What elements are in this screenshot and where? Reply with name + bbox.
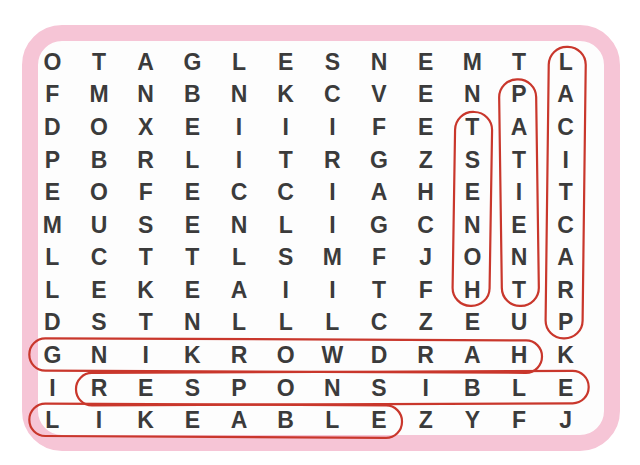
- grid-cell[interactable]: I: [309, 274, 356, 307]
- grid-cell[interactable]: G: [29, 339, 76, 372]
- grid-cell[interactable]: O: [76, 111, 123, 144]
- grid-cell[interactable]: C: [542, 209, 589, 242]
- grid-cell[interactable]: E: [76, 274, 123, 307]
- grid-cell[interactable]: L: [309, 404, 356, 437]
- grid-cell[interactable]: N: [449, 79, 496, 112]
- grid-cell[interactable]: G: [356, 144, 403, 177]
- grid-cell[interactable]: T: [356, 274, 403, 307]
- grid-cell[interactable]: E: [262, 46, 309, 79]
- grid-cell[interactable]: F: [496, 404, 543, 437]
- grid-cell[interactable]: K: [122, 274, 169, 307]
- grid-cell[interactable]: I: [262, 274, 309, 307]
- word-search-worksheet: OTAGLESNEMTLFMNBNKCVENPADOXEIIIFETACPBRL…: [0, 0, 640, 465]
- grid-cell[interactable]: R: [76, 372, 123, 405]
- grid-cell[interactable]: L: [309, 307, 356, 340]
- grid-cell[interactable]: P: [496, 79, 543, 112]
- grid-cell[interactable]: I: [309, 176, 356, 209]
- grid-cell[interactable]: N: [169, 307, 216, 340]
- grid-cell[interactable]: U: [76, 209, 123, 242]
- grid-cell[interactable]: E: [169, 111, 216, 144]
- grid-cell[interactable]: O: [449, 241, 496, 274]
- grid-cell[interactable]: J: [542, 404, 589, 437]
- grid-cell[interactable]: N: [309, 372, 356, 405]
- grid-cell[interactable]: C: [356, 307, 403, 340]
- grid-cell[interactable]: T: [542, 176, 589, 209]
- grid-cell[interactable]: I: [29, 372, 76, 405]
- grid-cell[interactable]: T: [169, 241, 216, 274]
- grid-cell[interactable]: Z: [402, 307, 449, 340]
- grid-cell[interactable]: E: [122, 372, 169, 405]
- grid-cell[interactable]: E: [169, 404, 216, 437]
- grid-cell[interactable]: I: [262, 111, 309, 144]
- grid-cell[interactable]: L: [169, 144, 216, 177]
- grid-cell[interactable]: E: [542, 372, 589, 405]
- grid-cell[interactable]: S: [449, 144, 496, 177]
- grid-cell[interactable]: B: [169, 79, 216, 112]
- grid-cell[interactable]: N: [449, 209, 496, 242]
- grid-cell[interactable]: P: [216, 372, 263, 405]
- grid-cell[interactable]: R: [309, 144, 356, 177]
- grid-cell[interactable]: S: [262, 241, 309, 274]
- grid-cell[interactable]: L: [29, 241, 76, 274]
- grid-cell[interactable]: I: [216, 144, 263, 177]
- grid-cell[interactable]: A: [216, 404, 263, 437]
- grid-cell[interactable]: I: [309, 111, 356, 144]
- grid-cell[interactable]: K: [262, 79, 309, 112]
- grid-cell[interactable]: I: [216, 111, 263, 144]
- grid-cell[interactable]: C: [542, 111, 589, 144]
- grid-cell[interactable]: C: [216, 176, 263, 209]
- grid-cell[interactable]: M: [309, 241, 356, 274]
- grid-cell[interactable]: L: [542, 46, 589, 79]
- grid-cell[interactable]: E: [169, 209, 216, 242]
- grid-cell[interactable]: C: [402, 209, 449, 242]
- grid-cell[interactable]: B: [262, 404, 309, 437]
- grid-cell[interactable]: O: [262, 339, 309, 372]
- grid-cell[interactable]: T: [122, 307, 169, 340]
- grid-cell[interactable]: R: [542, 274, 589, 307]
- grid-cell[interactable]: S: [169, 372, 216, 405]
- grid-cell[interactable]: J: [402, 241, 449, 274]
- grid-cell[interactable]: Z: [402, 404, 449, 437]
- grid-cell[interactable]: E: [169, 274, 216, 307]
- grid-cell[interactable]: L: [262, 307, 309, 340]
- grid-cell[interactable]: A: [122, 46, 169, 79]
- grid-cell[interactable]: T: [496, 144, 543, 177]
- grid-cell[interactable]: E: [496, 209, 543, 242]
- grid-cell[interactable]: I: [542, 144, 589, 177]
- grid-cell[interactable]: T: [262, 144, 309, 177]
- grid-cell[interactable]: F: [356, 241, 403, 274]
- grid-cell[interactable]: D: [29, 111, 76, 144]
- grid-cell[interactable]: K: [542, 339, 589, 372]
- grid-cell[interactable]: E: [449, 307, 496, 340]
- grid-cell[interactable]: O: [262, 372, 309, 405]
- grid-cell[interactable]: O: [76, 176, 123, 209]
- grid-cell[interactable]: G: [356, 209, 403, 242]
- grid-cell[interactable]: A: [542, 241, 589, 274]
- grid-cell[interactable]: B: [449, 372, 496, 405]
- grid-cell[interactable]: E: [169, 176, 216, 209]
- grid-cell[interactable]: B: [76, 144, 123, 177]
- grid-cell[interactable]: F: [402, 274, 449, 307]
- grid-cell[interactable]: T: [496, 46, 543, 79]
- grid-cell[interactable]: W: [309, 339, 356, 372]
- grid-cell[interactable]: E: [402, 79, 449, 112]
- grid-cell[interactable]: N: [216, 209, 263, 242]
- grid-cell[interactable]: A: [496, 111, 543, 144]
- grid-cell[interactable]: C: [309, 79, 356, 112]
- grid-cell[interactable]: L: [29, 274, 76, 307]
- grid-cell[interactable]: L: [496, 372, 543, 405]
- grid-cell[interactable]: L: [216, 46, 263, 79]
- grid-cell[interactable]: A: [449, 339, 496, 372]
- grid-cell[interactable]: N: [122, 79, 169, 112]
- grid-cell[interactable]: S: [356, 372, 403, 405]
- grid-cell[interactable]: U: [496, 307, 543, 340]
- grid-cell[interactable]: K: [122, 404, 169, 437]
- grid-cell[interactable]: H: [449, 274, 496, 307]
- grid-cell[interactable]: R: [402, 339, 449, 372]
- grid-cell[interactable]: M: [449, 46, 496, 79]
- grid-cell[interactable]: I: [496, 176, 543, 209]
- grid-cell[interactable]: S: [122, 209, 169, 242]
- grid-cell[interactable]: T: [122, 241, 169, 274]
- grid-cell[interactable]: L: [262, 209, 309, 242]
- grid-cell[interactable]: T: [76, 46, 123, 79]
- grid-cell[interactable]: S: [76, 307, 123, 340]
- grid-cell[interactable]: L: [216, 241, 263, 274]
- word-search-grid: OTAGLESNEMTLFMNBNKCVENPADOXEIIIFETACPBRL…: [29, 46, 589, 437]
- grid-cell[interactable]: H: [402, 176, 449, 209]
- grid-cell[interactable]: E: [29, 176, 76, 209]
- grid-cell[interactable]: Y: [449, 404, 496, 437]
- grid-cell[interactable]: N: [76, 339, 123, 372]
- grid-cell[interactable]: M: [29, 209, 76, 242]
- grid-cell[interactable]: E: [449, 176, 496, 209]
- grid-cell[interactable]: T: [496, 274, 543, 307]
- grid-cell[interactable]: E: [356, 404, 403, 437]
- grid-cell[interactable]: P: [29, 144, 76, 177]
- grid-cell[interactable]: D: [29, 307, 76, 340]
- grid-cell[interactable]: F: [122, 176, 169, 209]
- grid-cell[interactable]: G: [169, 46, 216, 79]
- grid-cell[interactable]: C: [76, 241, 123, 274]
- grid-cell[interactable]: N: [216, 79, 263, 112]
- grid-cell[interactable]: T: [449, 111, 496, 144]
- grid-cell[interactable]: F: [29, 79, 76, 112]
- grid-cell[interactable]: L: [216, 307, 263, 340]
- grid-cell[interactable]: E: [402, 46, 449, 79]
- grid-cell[interactable]: R: [122, 144, 169, 177]
- grid-cell[interactable]: R: [216, 339, 263, 372]
- grid-cell[interactable]: P: [542, 307, 589, 340]
- grid-cell[interactable]: K: [169, 339, 216, 372]
- grid-cell[interactable]: I: [309, 209, 356, 242]
- grid-cell[interactable]: I: [76, 404, 123, 437]
- grid-cell[interactable]: L: [29, 404, 76, 437]
- grid-cell[interactable]: F: [356, 111, 403, 144]
- grid-cell[interactable]: A: [542, 79, 589, 112]
- grid-cell[interactable]: H: [496, 339, 543, 372]
- grid-cell[interactable]: Z: [402, 144, 449, 177]
- grid-cell[interactable]: I: [402, 372, 449, 405]
- grid-cell[interactable]: I: [122, 339, 169, 372]
- grid-cell[interactable]: V: [356, 79, 403, 112]
- grid-cell[interactable]: O: [29, 46, 76, 79]
- grid-cell[interactable]: C: [262, 176, 309, 209]
- grid-cell[interactable]: N: [356, 46, 403, 79]
- grid-cell[interactable]: S: [309, 46, 356, 79]
- grid-cell[interactable]: N: [496, 241, 543, 274]
- grid-cell[interactable]: A: [216, 274, 263, 307]
- grid-cell[interactable]: M: [76, 79, 123, 112]
- grid-cell[interactable]: X: [122, 111, 169, 144]
- grid-cell[interactable]: E: [402, 111, 449, 144]
- grid-cell[interactable]: D: [356, 339, 403, 372]
- grid-cell[interactable]: A: [356, 176, 403, 209]
